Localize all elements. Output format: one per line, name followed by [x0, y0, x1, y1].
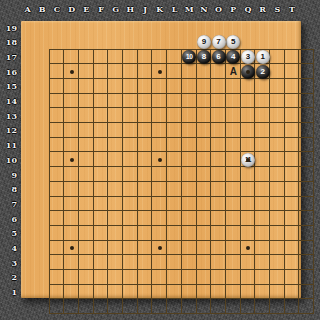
column-label: C	[50, 3, 64, 16]
column-label: R	[256, 3, 270, 16]
grid-line-horizontal	[49, 63, 315, 64]
move-number: 7	[216, 38, 220, 46]
grid-line-vertical	[181, 49, 182, 315]
board-grid	[49, 49, 315, 315]
row-label: 7	[1, 198, 17, 210]
column-label: B	[35, 3, 49, 16]
grid-line-vertical	[107, 49, 108, 315]
grid-line-horizontal	[49, 151, 315, 152]
grid-line-vertical	[63, 49, 64, 315]
row-label: 12	[1, 124, 17, 136]
column-label: M	[182, 3, 196, 16]
row-label: 13	[1, 110, 17, 122]
stone-black-move-8[interactable]: 8	[197, 50, 211, 64]
grid-line-horizontal	[49, 225, 315, 226]
stone-white-move-7[interactable]: 7	[212, 35, 226, 49]
row-label: 11	[1, 139, 17, 151]
point-mark-A[interactable]: A	[230, 67, 237, 77]
star-point	[246, 246, 250, 250]
move-number: 10	[186, 53, 192, 61]
column-label: F	[94, 3, 108, 16]
move-number: 6	[216, 53, 220, 61]
row-label: 17	[1, 51, 17, 63]
grid-line-horizontal	[49, 313, 315, 314]
grid-line-vertical	[298, 49, 299, 315]
column-label: E	[79, 3, 93, 16]
stone-black-move-4[interactable]: 4	[226, 50, 240, 64]
grid-line-horizontal	[49, 210, 315, 211]
row-label: 16	[1, 66, 17, 78]
row-label: 6	[1, 213, 17, 225]
stone-white-move-9[interactable]: 9	[197, 35, 211, 49]
grid-line-horizontal	[49, 93, 315, 94]
star-point	[158, 70, 162, 74]
grid-line-vertical	[137, 49, 138, 315]
row-label: 19	[1, 22, 17, 34]
grid-line-vertical	[78, 49, 79, 315]
row-label: 1	[1, 286, 17, 298]
stone-white-move-1[interactable]: 1	[256, 50, 270, 64]
column-label: H	[123, 3, 137, 16]
grid-line-vertical	[49, 49, 50, 315]
row-label: 10	[1, 154, 17, 166]
column-label: K	[153, 3, 167, 16]
column-label: G	[109, 3, 123, 16]
move-number: 9	[202, 38, 206, 46]
grid-line-horizontal	[49, 196, 315, 197]
move-number: 1	[260, 53, 264, 61]
grid-line-vertical	[225, 49, 226, 315]
row-label: 4	[1, 242, 17, 254]
stone-white-move-3[interactable]: 3	[241, 50, 255, 64]
move-number: 2	[260, 68, 264, 76]
star-point	[70, 70, 74, 74]
grid-line-vertical	[196, 49, 197, 315]
move-number: 3	[246, 53, 250, 61]
grid-line-horizontal	[49, 122, 315, 123]
column-label: J	[138, 3, 152, 16]
stone-white-move-5[interactable]: 5	[226, 35, 240, 49]
column-label: A	[21, 3, 35, 16]
row-label: 18	[1, 36, 17, 48]
grid-line-vertical	[93, 49, 94, 315]
grid-line-vertical	[269, 49, 270, 315]
stone-black-move-10[interactable]: 10	[182, 50, 196, 64]
column-label: D	[65, 3, 79, 16]
grid-line-vertical	[240, 49, 241, 315]
move-number: 4	[231, 53, 235, 61]
grid-line-vertical	[166, 49, 167, 315]
column-label: S	[270, 3, 284, 16]
row-label: 15	[1, 80, 17, 92]
move-number: 5	[231, 38, 235, 46]
star-point	[70, 158, 74, 162]
go-diagram: ABCDEFGHJKLMNOPQRST 19181716151413121110…	[0, 0, 320, 320]
row-label: 14	[1, 95, 17, 107]
grid-line-horizontal	[49, 298, 315, 299]
star-point	[158, 158, 162, 162]
grid-line-vertical	[122, 49, 123, 315]
star-point	[246, 158, 250, 162]
grid-line-vertical	[210, 49, 211, 315]
grid-line-vertical	[313, 49, 314, 315]
grid-line-horizontal	[49, 269, 315, 270]
row-label: 9	[1, 169, 17, 181]
row-label: 3	[1, 257, 17, 269]
column-label: N	[197, 3, 211, 16]
row-label: 8	[1, 183, 17, 195]
star-point	[246, 70, 250, 74]
grid-line-horizontal	[49, 240, 315, 241]
column-label: Q	[241, 3, 255, 16]
row-label: 5	[1, 227, 17, 239]
row-label: 2	[1, 271, 17, 283]
grid-line-vertical	[151, 49, 152, 315]
column-label: P	[226, 3, 240, 16]
grid-line-horizontal	[49, 254, 315, 255]
grid-line-vertical	[284, 49, 285, 315]
column-label: L	[168, 3, 182, 16]
grid-line-vertical	[254, 49, 255, 315]
move-number: 8	[202, 53, 206, 61]
star-point	[158, 246, 162, 250]
grid-line-horizontal	[49, 166, 315, 167]
grid-line-horizontal	[49, 284, 315, 285]
stone-black-move-2[interactable]: 2	[256, 65, 270, 79]
grid-line-horizontal	[49, 137, 315, 138]
column-label: T	[285, 3, 299, 16]
grid-line-horizontal	[49, 49, 315, 50]
column-label: O	[212, 3, 226, 16]
grid-line-horizontal	[49, 78, 315, 79]
grid-line-horizontal	[49, 107, 315, 108]
stone-black-move-6[interactable]: 6	[212, 50, 226, 64]
star-point	[70, 246, 74, 250]
grid-line-horizontal	[49, 181, 315, 182]
